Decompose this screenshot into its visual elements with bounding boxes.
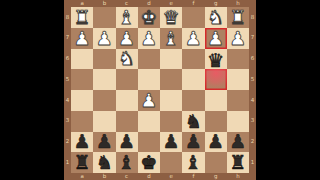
square-e3[interactable] (160, 111, 182, 132)
rank-label-right-5: 5 (249, 69, 256, 90)
file-label-bottom-g: g (205, 173, 227, 180)
square-g5[interactable] (205, 69, 227, 90)
rank-label-right-6: 6 (249, 49, 256, 70)
square-d1[interactable]: ♚ (138, 152, 160, 173)
square-h5[interactable] (227, 69, 249, 90)
square-c2[interactable]: ♟ (116, 132, 138, 153)
square-b4[interactable] (93, 90, 115, 111)
square-c3[interactable] (116, 111, 138, 132)
rank-label-left-7: 7 (64, 28, 71, 49)
black-rook-h1[interactable]: ♜ (229, 153, 246, 172)
file-label-top-g: g (205, 0, 227, 7)
white-knight-g8[interactable]: ♞ (207, 8, 224, 27)
rank-label-left-8: 8 (64, 7, 71, 28)
white-pawn-d4[interactable]: ♟ (140, 91, 157, 110)
square-f4[interactable] (182, 90, 204, 111)
file-label-top-b: b (93, 0, 115, 7)
square-f6[interactable] (182, 49, 204, 70)
square-g3[interactable] (205, 111, 227, 132)
white-rook-a8[interactable]: ♜ (74, 8, 91, 27)
square-b7[interactable]: ♟ (93, 28, 115, 49)
rank-label-right-8: 8 (249, 7, 256, 28)
square-g8[interactable]: ♞ (205, 7, 227, 28)
black-pawn-b2[interactable]: ♟ (96, 132, 113, 151)
file-label-bottom-h: h (227, 173, 249, 180)
square-g2[interactable]: ♟ (205, 132, 227, 153)
file-label-top-d: d (138, 0, 160, 7)
square-g6[interactable]: ♛ (205, 49, 227, 70)
black-knight-b1[interactable]: ♞ (96, 153, 113, 172)
square-b2[interactable]: ♟ (93, 132, 115, 153)
square-a3[interactable] (71, 111, 93, 132)
white-pawn-a7[interactable]: ♟ (74, 29, 91, 48)
square-a6[interactable] (71, 49, 93, 70)
square-g4[interactable] (205, 90, 227, 111)
black-knight-f3[interactable]: ♞ (185, 112, 202, 131)
black-pawn-a2[interactable]: ♟ (74, 132, 91, 151)
square-f8[interactable] (182, 7, 204, 28)
square-h1[interactable]: ♜ (227, 152, 249, 173)
square-b6[interactable] (93, 49, 115, 70)
file-label-top-f: f (182, 0, 204, 7)
white-pawn-h7[interactable]: ♟ (229, 29, 246, 48)
rank-label-left-4: 4 (64, 90, 71, 111)
rank-label-left-1: 1 (64, 152, 71, 173)
square-c4[interactable] (116, 90, 138, 111)
square-d3[interactable] (138, 111, 160, 132)
black-king-d1[interactable]: ♚ (140, 153, 157, 172)
square-e6[interactable] (160, 49, 182, 70)
square-e4[interactable] (160, 90, 182, 111)
square-d5[interactable] (138, 69, 160, 90)
frame-corner (249, 173, 256, 180)
frame-corner (249, 0, 256, 7)
chess-app-stage: abcdefgh8♜♝♚♛♞♜87♟♟♟♟♝♟♟♟76♞♛6554♟43♞32♟… (0, 0, 320, 180)
square-e8[interactable]: ♛ (160, 7, 182, 28)
square-c7[interactable]: ♟ (116, 28, 138, 49)
file-label-bottom-d: d (138, 173, 160, 180)
white-pawn-c7[interactable]: ♟ (118, 29, 135, 48)
square-h6[interactable] (227, 49, 249, 70)
square-h2[interactable]: ♟ (227, 132, 249, 153)
square-d8[interactable]: ♚ (138, 7, 160, 28)
square-d7[interactable]: ♟ (138, 28, 160, 49)
square-e1[interactable] (160, 152, 182, 173)
square-a7[interactable]: ♟ (71, 28, 93, 49)
white-knight-c6[interactable]: ♞ (118, 49, 135, 68)
square-g1[interactable] (205, 152, 227, 173)
square-a1[interactable]: ♜ (71, 152, 93, 173)
square-f7[interactable]: ♟ (182, 28, 204, 49)
square-d6[interactable] (138, 49, 160, 70)
frame-corner (64, 0, 71, 7)
square-f3[interactable]: ♞ (182, 111, 204, 132)
rank-label-left-6: 6 (64, 49, 71, 70)
square-f5[interactable] (182, 69, 204, 90)
black-pawn-c2[interactable]: ♟ (118, 132, 135, 151)
file-label-bottom-c: c (116, 173, 138, 180)
black-pawn-h2[interactable]: ♟ (229, 132, 246, 151)
square-e2[interactable]: ♟ (160, 132, 182, 153)
square-d4[interactable]: ♟ (138, 90, 160, 111)
square-a2[interactable]: ♟ (71, 132, 93, 153)
white-rook-h8[interactable]: ♜ (229, 8, 246, 27)
square-g7[interactable]: ♟ (205, 28, 227, 49)
file-label-bottom-b: b (93, 173, 115, 180)
white-king-d8[interactable]: ♚ (140, 8, 157, 27)
square-b3[interactable] (93, 111, 115, 132)
file-label-bottom-e: e (160, 173, 182, 180)
rank-label-right-3: 3 (249, 111, 256, 132)
square-h7[interactable]: ♟ (227, 28, 249, 49)
rank-label-right-1: 1 (249, 152, 256, 173)
white-bishop-c8[interactable]: ♝ (118, 8, 135, 27)
file-label-top-a: a (71, 0, 93, 7)
square-h3[interactable] (227, 111, 249, 132)
black-bishop-c1[interactable]: ♝ (118, 153, 135, 172)
white-bishop-e7[interactable]: ♝ (163, 29, 180, 48)
file-label-top-c: c (116, 0, 138, 7)
square-c1[interactable]: ♝ (116, 152, 138, 173)
square-c8[interactable]: ♝ (116, 7, 138, 28)
board-grid: abcdefgh8♜♝♚♛♞♜87♟♟♟♟♝♟♟♟76♞♛6554♟43♞32♟… (64, 0, 256, 180)
rank-label-right-2: 2 (249, 132, 256, 153)
square-a4[interactable] (71, 90, 93, 111)
square-b8[interactable] (93, 7, 115, 28)
square-a5[interactable] (71, 69, 93, 90)
square-b5[interactable] (93, 69, 115, 90)
rank-label-left-3: 3 (64, 111, 71, 132)
frame-corner (64, 173, 71, 180)
chess-board: abcdefgh8♜♝♚♛♞♜87♟♟♟♟♝♟♟♟76♞♛6554♟43♞32♟… (64, 0, 256, 180)
square-f2[interactable]: ♟ (182, 132, 204, 153)
square-e5[interactable] (160, 69, 182, 90)
black-pawn-e2[interactable]: ♟ (163, 132, 180, 151)
square-h8[interactable]: ♜ (227, 7, 249, 28)
square-e7[interactable]: ♝ (160, 28, 182, 49)
white-queen-e8[interactable]: ♛ (163, 8, 180, 27)
black-pawn-f2[interactable]: ♟ (185, 132, 202, 151)
file-label-bottom-a: a (71, 173, 93, 180)
rank-label-right-4: 4 (249, 90, 256, 111)
rank-label-right-7: 7 (249, 28, 256, 49)
black-bishop-f1[interactable]: ♝ (185, 153, 202, 172)
black-rook-a1[interactable]: ♜ (74, 153, 91, 172)
file-label-top-e: e (160, 0, 182, 7)
square-h4[interactable] (227, 90, 249, 111)
white-pawn-f7[interactable]: ♟ (185, 29, 202, 48)
square-c6[interactable]: ♞ (116, 49, 138, 70)
black-pawn-g2[interactable]: ♟ (207, 132, 224, 151)
square-d2[interactable] (138, 132, 160, 153)
square-b1[interactable]: ♞ (93, 152, 115, 173)
file-label-bottom-f: f (182, 173, 204, 180)
white-pawn-b7[interactable]: ♟ (96, 29, 113, 48)
white-pawn-d7[interactable]: ♟ (140, 29, 157, 48)
rank-label-left-2: 2 (64, 132, 71, 153)
square-f1[interactable]: ♝ (182, 152, 204, 173)
square-a8[interactable]: ♜ (71, 7, 93, 28)
white-pawn-g7[interactable]: ♟ (207, 29, 224, 48)
rank-label-left-5: 5 (64, 69, 71, 90)
square-c5[interactable] (116, 69, 138, 90)
file-label-top-h: h (227, 0, 249, 7)
black-queen-g6[interactable]: ♛ (207, 51, 224, 70)
